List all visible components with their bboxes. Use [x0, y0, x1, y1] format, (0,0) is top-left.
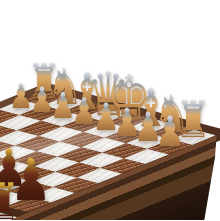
piece-black-rook-h8[interactable]: ♜ [0, 177, 20, 221]
chess-set-photo: ♜♞♝♛♚♝♞♜♟♟♟♟♟♟♟♟♟♟♜ [0, 0, 220, 220]
piece-white-pawn-h2[interactable]: ♟ [155, 111, 185, 153]
pieces-layer: ♜♞♝♛♚♝♞♜♟♟♟♟♟♟♟♟♟♟♜ [0, 0, 220, 220]
